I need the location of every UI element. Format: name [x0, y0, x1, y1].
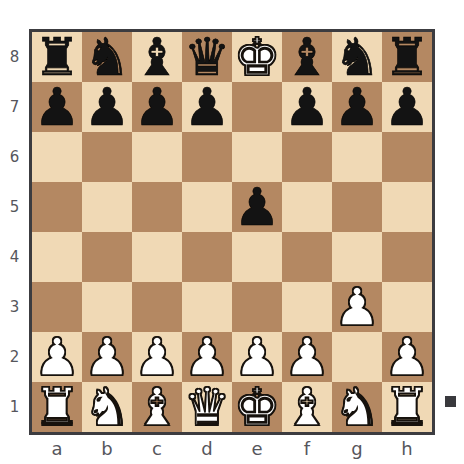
square-e2[interactable]: ♟ — [232, 332, 282, 382]
piece-black-bishop[interactable]: ♝ — [282, 32, 332, 82]
square-d2[interactable]: ♟ — [182, 332, 232, 382]
square-f7[interactable]: ♟ — [282, 82, 332, 132]
piece-white-king[interactable]: ♚ — [232, 382, 282, 432]
piece-black-queen[interactable]: ♛ — [182, 32, 232, 82]
square-a4[interactable] — [32, 232, 82, 282]
rank-label-1: 1 — [0, 382, 29, 432]
square-a3[interactable] — [32, 282, 82, 332]
piece-white-bishop[interactable]: ♝ — [282, 382, 332, 432]
square-c1[interactable]: ♝ — [132, 382, 182, 432]
piece-black-knight[interactable]: ♞ — [82, 32, 132, 82]
piece-white-pawn[interactable]: ♟ — [332, 282, 382, 332]
file-label-d: d — [182, 434, 232, 462]
piece-white-bishop[interactable]: ♝ — [132, 382, 182, 432]
square-g4[interactable] — [332, 232, 382, 282]
square-f5[interactable] — [282, 182, 332, 232]
square-b7[interactable]: ♟ — [82, 82, 132, 132]
piece-white-pawn[interactable]: ♟ — [382, 332, 432, 382]
square-b5[interactable] — [82, 182, 132, 232]
square-a2[interactable]: ♟ — [32, 332, 82, 382]
square-b2[interactable]: ♟ — [82, 332, 132, 382]
piece-white-pawn[interactable]: ♟ — [32, 332, 82, 382]
piece-white-pawn[interactable]: ♟ — [232, 332, 282, 382]
square-f6[interactable] — [282, 132, 332, 182]
square-c4[interactable] — [132, 232, 182, 282]
square-e6[interactable] — [232, 132, 282, 182]
square-g7[interactable]: ♟ — [332, 82, 382, 132]
square-c2[interactable]: ♟ — [132, 332, 182, 382]
square-f1[interactable]: ♝ — [282, 382, 332, 432]
square-h6[interactable] — [382, 132, 432, 182]
square-d8[interactable]: ♛ — [182, 32, 232, 82]
square-b4[interactable] — [82, 232, 132, 282]
square-a7[interactable]: ♟ — [32, 82, 82, 132]
file-label-g: g — [332, 434, 382, 462]
chess-app: 87654321 ♜♞♝♛♚♝♞♜♟♟♟♟♟♟♟♟♟♟♟♟♟♟♟♟♜♞♝♛♚♝♞… — [0, 0, 464, 464]
square-a5[interactable] — [32, 182, 82, 232]
square-g1[interactable]: ♞ — [332, 382, 382, 432]
piece-black-bishop[interactable]: ♝ — [132, 32, 182, 82]
square-d3[interactable] — [182, 282, 232, 332]
square-c8[interactable]: ♝ — [132, 32, 182, 82]
square-c3[interactable] — [132, 282, 182, 332]
square-d4[interactable] — [182, 232, 232, 282]
side-to-move-indicator — [445, 396, 456, 407]
file-labels: abcdefgh — [32, 434, 432, 462]
square-g6[interactable] — [332, 132, 382, 182]
piece-black-rook[interactable]: ♜ — [382, 32, 432, 82]
rank-labels: 87654321 — [0, 32, 29, 432]
square-g2[interactable] — [332, 332, 382, 382]
piece-white-knight[interactable]: ♞ — [82, 382, 132, 432]
square-e7[interactable] — [232, 82, 282, 132]
square-d5[interactable] — [182, 182, 232, 232]
rank-label-6: 6 — [0, 132, 29, 182]
square-c5[interactable] — [132, 182, 182, 232]
piece-white-pawn[interactable]: ♟ — [282, 332, 332, 382]
file-label-b: b — [82, 434, 132, 462]
square-f2[interactable]: ♟ — [282, 332, 332, 382]
piece-black-knight[interactable]: ♞ — [332, 32, 382, 82]
square-h5[interactable] — [382, 182, 432, 232]
square-h3[interactable] — [382, 282, 432, 332]
piece-white-pawn[interactable]: ♟ — [82, 332, 132, 382]
piece-black-pawn[interactable]: ♟ — [282, 82, 332, 132]
square-h1[interactable]: ♜ — [382, 382, 432, 432]
square-f3[interactable] — [282, 282, 332, 332]
square-h8[interactable]: ♜ — [382, 32, 432, 82]
piece-white-rook[interactable]: ♜ — [32, 382, 82, 432]
piece-black-pawn[interactable]: ♟ — [132, 82, 182, 132]
piece-black-rook[interactable]: ♜ — [32, 32, 82, 82]
square-f8[interactable]: ♝ — [282, 32, 332, 82]
piece-white-pawn[interactable]: ♟ — [182, 332, 232, 382]
square-e3[interactable] — [232, 282, 282, 332]
square-f4[interactable] — [282, 232, 332, 282]
square-a6[interactable] — [32, 132, 82, 182]
file-label-h: h — [382, 434, 432, 462]
square-b1[interactable]: ♞ — [82, 382, 132, 432]
file-label-a: a — [32, 434, 82, 462]
square-e1[interactable]: ♚ — [232, 382, 282, 432]
square-e5[interactable]: ♟ — [232, 182, 282, 232]
square-e4[interactable] — [232, 232, 282, 282]
square-h4[interactable] — [382, 232, 432, 282]
file-label-e: e — [232, 434, 282, 462]
piece-black-pawn[interactable]: ♟ — [32, 82, 82, 132]
piece-black-pawn[interactable]: ♟ — [332, 82, 382, 132]
square-a1[interactable]: ♜ — [32, 382, 82, 432]
rank-label-7: 7 — [0, 82, 29, 132]
rank-label-2: 2 — [0, 332, 29, 382]
rank-label-4: 4 — [0, 232, 29, 282]
piece-white-king[interactable]: ♚ — [232, 32, 282, 82]
piece-black-pawn[interactable]: ♟ — [82, 82, 132, 132]
square-g3[interactable]: ♟ — [332, 282, 382, 332]
piece-white-rook[interactable]: ♜ — [382, 382, 432, 432]
square-d6[interactable] — [182, 132, 232, 182]
piece-black-pawn[interactable]: ♟ — [182, 82, 232, 132]
piece-black-pawn[interactable]: ♟ — [232, 182, 282, 232]
rank-label-8: 8 — [0, 32, 29, 82]
square-h2[interactable]: ♟ — [382, 332, 432, 382]
square-g5[interactable] — [332, 182, 382, 232]
chess-board: ♜♞♝♛♚♝♞♜♟♟♟♟♟♟♟♟♟♟♟♟♟♟♟♟♜♞♝♛♚♝♞♜ — [29, 29, 435, 435]
piece-white-pawn[interactable]: ♟ — [132, 332, 182, 382]
piece-black-pawn[interactable]: ♟ — [382, 82, 432, 132]
square-b8[interactable]: ♞ — [82, 32, 132, 82]
square-d7[interactable]: ♟ — [182, 82, 232, 132]
rank-label-5: 5 — [0, 182, 29, 232]
file-label-f: f — [282, 434, 332, 462]
square-c7[interactable]: ♟ — [132, 82, 182, 132]
square-h7[interactable]: ♟ — [382, 82, 432, 132]
file-label-c: c — [132, 434, 182, 462]
square-b3[interactable] — [82, 282, 132, 332]
square-c6[interactable] — [132, 132, 182, 182]
square-d1[interactable]: ♛ — [182, 382, 232, 432]
square-g8[interactable]: ♞ — [332, 32, 382, 82]
square-a8[interactable]: ♜ — [32, 32, 82, 82]
square-e8[interactable]: ♚ — [232, 32, 282, 82]
square-b6[interactable] — [82, 132, 132, 182]
piece-white-knight[interactable]: ♞ — [332, 382, 382, 432]
rank-label-3: 3 — [0, 282, 29, 332]
piece-white-queen[interactable]: ♛ — [182, 382, 232, 432]
